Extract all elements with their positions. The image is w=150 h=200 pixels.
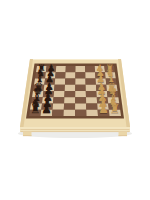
square-f4: [75, 97, 86, 103]
square-d5: [65, 85, 76, 91]
square-g8: [30, 104, 42, 110]
square-h7: [41, 110, 53, 116]
square-b1: [105, 72, 116, 78]
square-d6: [54, 85, 65, 91]
square-d7: [44, 85, 55, 91]
square-f5: [64, 97, 75, 103]
square-a1: [104, 66, 115, 72]
square-a2: [95, 66, 105, 72]
square-e2: [96, 91, 107, 97]
square-c8: [34, 79, 45, 85]
square-c6: [55, 79, 66, 85]
square-b7: [45, 72, 56, 78]
square-a4: [75, 66, 85, 72]
square-f6: [53, 97, 64, 103]
square-h6: [52, 110, 64, 116]
square-g6: [53, 104, 65, 110]
square-b6: [55, 72, 65, 78]
square-g5: [64, 104, 75, 110]
square-f2: [97, 97, 108, 103]
square-g1: [108, 104, 120, 110]
product-photo: ♜♞♝♛♚♝♞♜♟♟♟♟♟♟♟♟♟♟♟♟♟♟♟♟♜♞♝♛♚♝♞♜: [0, 0, 150, 200]
square-c5: [65, 79, 75, 85]
square-c7: [44, 79, 55, 85]
square-e7: [43, 91, 54, 97]
square-d8: [33, 85, 44, 91]
square-f7: [42, 97, 54, 103]
square-a6: [56, 66, 66, 72]
square-b5: [65, 72, 75, 78]
square-h4: [75, 110, 87, 116]
square-e6: [54, 91, 65, 97]
square-g7: [41, 104, 53, 110]
square-b3: [85, 72, 95, 78]
square-a8: [36, 66, 47, 72]
square-c3: [85, 79, 96, 85]
square-a3: [85, 66, 95, 72]
square-e3: [86, 91, 97, 97]
square-c2: [96, 79, 107, 85]
square-b8: [35, 72, 46, 78]
square-h3: [86, 110, 98, 116]
square-b2: [95, 72, 106, 78]
square-d3: [86, 85, 97, 91]
chess-board: [0, 0, 150, 200]
square-e4: [75, 91, 86, 97]
square-e5: [64, 91, 75, 97]
square-a7: [46, 66, 56, 72]
square-g2: [97, 104, 109, 110]
square-c1: [106, 79, 117, 85]
square-h1: [109, 110, 121, 116]
square-f3: [86, 97, 97, 103]
square-f1: [108, 97, 120, 103]
square-d1: [106, 85, 117, 91]
square-c4: [75, 79, 85, 85]
square-d4: [75, 85, 86, 91]
square-g4: [75, 104, 86, 110]
square-b4: [75, 72, 85, 78]
square-h2: [98, 110, 110, 116]
square-e8: [32, 91, 44, 97]
square-a5: [66, 66, 76, 72]
square-d2: [96, 85, 107, 91]
square-f8: [31, 97, 43, 103]
square-e1: [107, 91, 118, 97]
square-g3: [86, 104, 97, 110]
square-h5: [64, 110, 76, 116]
square-h8: [29, 110, 41, 116]
